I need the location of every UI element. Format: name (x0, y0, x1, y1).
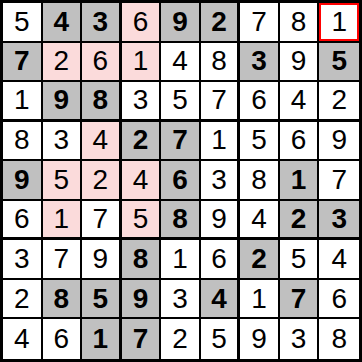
sudoku-cell-r4c1[interactable]: 8 (3, 122, 43, 162)
sudoku-cell-r9c3[interactable]: 1 (82, 319, 122, 359)
sudoku-cell-r7c5[interactable]: 1 (161, 240, 201, 280)
sudoku-cell-r1c2[interactable]: 4 (43, 3, 83, 43)
sudoku-cell-r1c6[interactable]: 2 (201, 3, 241, 43)
sudoku-cell-r3c9[interactable]: 2 (319, 82, 359, 122)
sudoku-cell-r7c6[interactable]: 6 (201, 240, 241, 280)
sudoku-cell-r9c5[interactable]: 2 (161, 319, 201, 359)
sudoku-cell-r9c8[interactable]: 3 (280, 319, 320, 359)
sudoku-cell-r6c9[interactable]: 3 (319, 201, 359, 241)
sudoku-cell-r3c1[interactable]: 1 (3, 82, 43, 122)
sudoku-cell-r3c2[interactable]: 9 (43, 82, 83, 122)
sudoku-cell-r5c6[interactable]: 3 (201, 161, 241, 201)
sudoku-cell-r6c3[interactable]: 7 (82, 201, 122, 241)
sudoku-cell-r9c2[interactable]: 6 (43, 319, 83, 359)
sudoku-cell-r8c2[interactable]: 8 (43, 280, 83, 320)
sudoku-cell-r2c6[interactable]: 8 (201, 43, 241, 83)
sudoku-cell-r5c5[interactable]: 6 (161, 161, 201, 201)
sudoku-cell-r1c1[interactable]: 5 (3, 3, 43, 43)
sudoku-cell-r8c1[interactable]: 2 (3, 280, 43, 320)
sudoku-cell-r9c4[interactable]: 7 (122, 319, 162, 359)
sudoku-cell-r6c1[interactable]: 6 (3, 201, 43, 241)
sudoku-cell-r3c4[interactable]: 3 (122, 82, 162, 122)
sudoku-cell-r2c9[interactable]: 5 (319, 43, 359, 83)
sudoku-cell-r1c8[interactable]: 8 (280, 3, 320, 43)
sudoku-cell-r2c4[interactable]: 1 (122, 43, 162, 83)
sudoku-cell-r7c2[interactable]: 7 (43, 240, 83, 280)
sudoku-cell-r2c2[interactable]: 2 (43, 43, 83, 83)
sudoku-cell-r4c2[interactable]: 3 (43, 122, 83, 162)
sudoku-cell-r1c5[interactable]: 9 (161, 3, 201, 43)
sudoku-cell-r6c5[interactable]: 8 (161, 201, 201, 241)
sudoku-cell-r6c2[interactable]: 1 (43, 201, 83, 241)
sudoku-cell-r8c8[interactable]: 7 (280, 280, 320, 320)
sudoku-cell-r4c4[interactable]: 2 (122, 122, 162, 162)
sudoku-cell-r2c3[interactable]: 6 (82, 43, 122, 83)
sudoku-cell-r5c3[interactable]: 2 (82, 161, 122, 201)
sudoku-cell-r2c5[interactable]: 4 (161, 43, 201, 83)
sudoku-cell-r4c8[interactable]: 6 (280, 122, 320, 162)
sudoku-cell-r9c1[interactable]: 4 (3, 319, 43, 359)
sudoku-cell-r3c8[interactable]: 4 (280, 82, 320, 122)
sudoku-cell-r5c1[interactable]: 9 (3, 161, 43, 201)
sudoku-cell-r8c6[interactable]: 4 (201, 280, 241, 320)
sudoku-cell-r8c4[interactable]: 9 (122, 280, 162, 320)
sudoku-cell-r7c4[interactable]: 8 (122, 240, 162, 280)
sudoku-cell-r8c3[interactable]: 5 (82, 280, 122, 320)
sudoku-cell-r1c4[interactable]: 6 (122, 3, 162, 43)
sudoku-cell-r5c7[interactable]: 8 (240, 161, 280, 201)
sudoku-cell-r7c3[interactable]: 9 (82, 240, 122, 280)
sudoku-cell-r3c7[interactable]: 6 (240, 82, 280, 122)
sudoku-cell-r7c1[interactable]: 3 (3, 240, 43, 280)
sudoku-cell-r1c9[interactable]: 1 (319, 3, 359, 43)
sudoku-cell-r7c7[interactable]: 2 (240, 240, 280, 280)
sudoku-cell-r4c3[interactable]: 4 (82, 122, 122, 162)
sudoku-cell-r5c8[interactable]: 1 (280, 161, 320, 201)
sudoku-cell-r4c6[interactable]: 1 (201, 122, 241, 162)
sudoku-cell-r5c4[interactable]: 4 (122, 161, 162, 201)
sudoku-cell-r2c1[interactable]: 7 (3, 43, 43, 83)
sudoku-cell-r8c9[interactable]: 6 (319, 280, 359, 320)
sudoku-cell-r3c3[interactable]: 8 (82, 82, 122, 122)
sudoku-cell-r3c5[interactable]: 5 (161, 82, 201, 122)
sudoku-cell-r4c9[interactable]: 9 (319, 122, 359, 162)
sudoku-cell-r5c2[interactable]: 5 (43, 161, 83, 201)
sudoku-cell-r4c7[interactable]: 5 (240, 122, 280, 162)
sudoku-cell-r9c6[interactable]: 5 (201, 319, 241, 359)
sudoku-board: 5436927817261483951983576428342715699524… (0, 0, 362, 362)
sudoku-cell-r9c7[interactable]: 9 (240, 319, 280, 359)
sudoku-cell-r1c7[interactable]: 7 (240, 3, 280, 43)
sudoku-cell-r8c7[interactable]: 1 (240, 280, 280, 320)
sudoku-cell-r6c8[interactable]: 2 (280, 201, 320, 241)
sudoku-cell-r6c4[interactable]: 5 (122, 201, 162, 241)
sudoku-cell-r6c7[interactable]: 4 (240, 201, 280, 241)
sudoku-cell-r7c9[interactable]: 4 (319, 240, 359, 280)
sudoku-cell-r1c3[interactable]: 3 (82, 3, 122, 43)
sudoku-cell-r8c5[interactable]: 3 (161, 280, 201, 320)
sudoku-cell-r7c8[interactable]: 5 (280, 240, 320, 280)
sudoku-cell-r4c5[interactable]: 7 (161, 122, 201, 162)
sudoku-cell-r2c7[interactable]: 3 (240, 43, 280, 83)
sudoku-cell-r5c9[interactable]: 7 (319, 161, 359, 201)
sudoku-cell-r6c6[interactable]: 9 (201, 201, 241, 241)
sudoku-cell-r9c9[interactable]: 8 (319, 319, 359, 359)
sudoku-cell-r2c8[interactable]: 9 (280, 43, 320, 83)
sudoku-cell-r3c6[interactable]: 7 (201, 82, 241, 122)
